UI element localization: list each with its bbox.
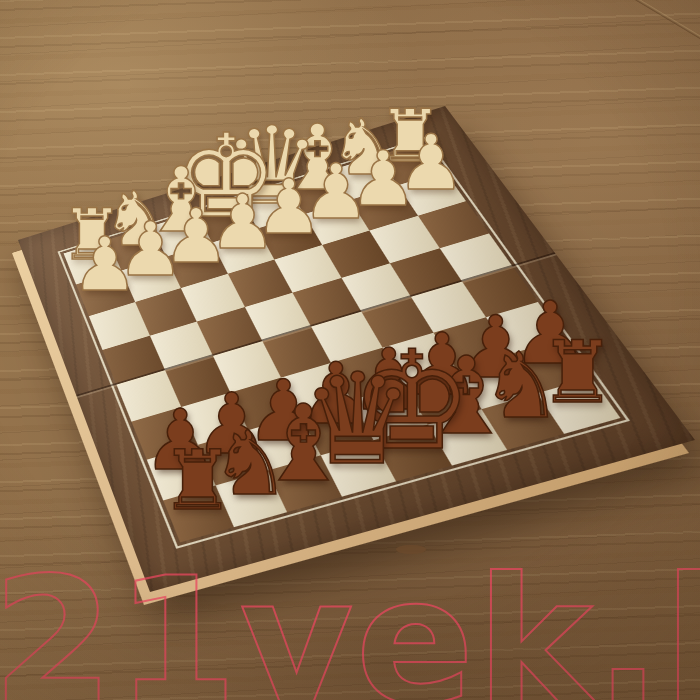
photo-scene: ♜♞♝♚♛♝♞♜♟♟♟♟♟♟♟♟♟♟♟♟♟♟♟♟♜♞♝♛♚♝♞♜ 21vek.b… <box>0 0 700 700</box>
hinge-notch <box>396 545 426 554</box>
